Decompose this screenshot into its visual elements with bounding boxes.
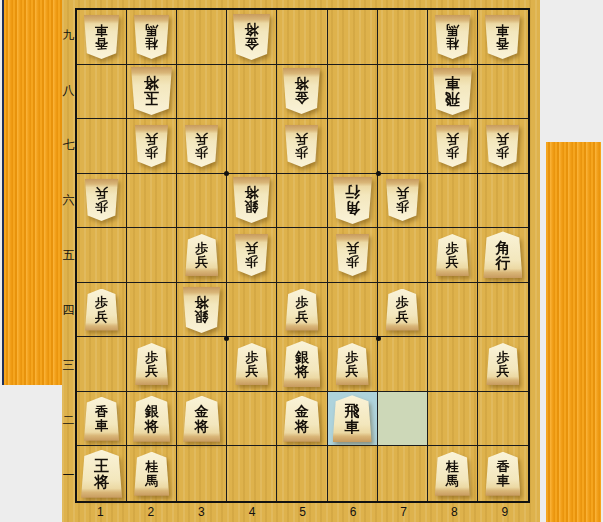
piece-kanji: 歩 [396,200,409,213]
hoshi-dot [376,171,381,176]
piece-kanji: 歩 [195,242,208,255]
rank-labels: 九八七六五四三二一 [62,8,75,503]
piece-kanji: 桂 [145,460,158,473]
file-label-7: 7 [378,503,429,521]
piece-kanji: 歩 [95,200,108,213]
square-3四[interactable]: 銀将 [177,283,227,338]
square-5九[interactable] [277,10,327,65]
piece-kanji: 角 [495,240,510,255]
piece-kanji: 兵 [145,133,158,146]
piece-歩兵-sente[interactable]: 歩兵 [336,234,369,276]
square-9二[interactable] [478,392,528,447]
piece-kanji: 金 [295,404,309,418]
square-8三[interactable] [428,337,478,392]
square-5一[interactable] [277,446,327,501]
rank-label-八: 八 [62,63,75,118]
square-2八[interactable]: 玉将 [127,65,177,120]
piece-wrapper: 桂馬 [435,452,470,496]
square-1六[interactable]: 歩兵 [77,174,127,229]
piece-歩兵-sente[interactable]: 歩兵 [386,179,419,221]
piece-歩兵-gote[interactable]: 歩兵 [285,289,318,331]
piece-桂馬-sente[interactable]: 桂馬 [134,15,169,59]
piece-kanji: 香 [496,460,509,473]
file-label-2: 2 [126,503,177,521]
square-4七[interactable] [227,119,277,174]
square-4六[interactable]: 銀将 [227,174,277,229]
rank-label-五: 五 [62,228,75,283]
shogi-app-window: 九八七六五四三二一 123456789 香車桂馬金将桂馬香車玉将金将飛車歩兵歩兵… [0,0,603,522]
square-8一[interactable]: 桂馬 [428,446,478,501]
right-wood-panel [546,142,601,522]
square-3三[interactable] [177,337,227,392]
piece-歩兵-sente[interactable]: 歩兵 [285,125,318,167]
board-grid[interactable]: 香車桂馬金将桂馬香車玉将金将飛車歩兵歩兵歩兵歩兵歩兵歩兵銀将角行歩兵歩兵歩兵歩兵… [75,8,530,503]
piece-kanji: 金 [195,404,209,418]
rank-label-二: 二 [62,393,75,448]
piece-kanji: 桂 [446,460,459,473]
piece-kanji: 角 [345,200,360,215]
piece-wrapper: 歩兵 [235,234,268,276]
file-label-6: 6 [328,503,379,521]
square-2五[interactable] [127,228,177,283]
square-8七[interactable]: 歩兵 [428,119,478,174]
piece-kanji: 将 [145,419,159,433]
file-label-8: 8 [429,503,480,521]
piece-kanji: 将 [144,76,159,91]
square-7三[interactable] [378,337,428,392]
rank-label-九: 九 [62,8,75,63]
piece-wrapper: 歩兵 [336,343,369,385]
piece-金将-sente[interactable]: 金将 [283,68,320,114]
piece-kanji: 兵 [396,310,409,323]
piece-wrapper: 歩兵 [386,179,419,221]
piece-wrapper: 歩兵 [85,289,118,331]
square-6一[interactable] [328,446,378,501]
rank-label-四: 四 [62,283,75,338]
piece-kanji: 歩 [245,351,258,364]
piece-kanji: 車 [496,24,509,37]
square-1一[interactable]: 王将 [77,446,127,501]
piece-kanji: 兵 [496,133,509,146]
piece-銀将-gote[interactable]: 銀将 [283,341,320,387]
rank-label-七: 七 [62,118,75,173]
square-3六[interactable] [177,174,227,229]
piece-kanji: 桂 [446,37,459,50]
square-6六[interactable]: 角行 [328,174,378,229]
square-5三[interactable]: 銀将 [277,337,327,392]
square-7四[interactable]: 歩兵 [378,283,428,338]
square-4八[interactable] [227,65,277,120]
piece-歩兵-sente[interactable]: 歩兵 [185,125,218,167]
hoshi-dot [224,171,229,176]
square-7六[interactable]: 歩兵 [378,174,428,229]
piece-wrapper: 歩兵 [85,179,118,221]
square-3九[interactable] [177,10,227,65]
piece-kanji: 将 [195,419,209,433]
piece-kanji: 歩 [496,146,509,159]
piece-wrapper: 玉将 [131,67,172,115]
piece-kanji: 金 [295,91,309,105]
square-1三[interactable] [77,337,127,392]
square-8六[interactable] [428,174,478,229]
piece-飛車-sente[interactable]: 飛車 [433,68,472,115]
square-6七[interactable] [328,119,378,174]
square-3五[interactable]: 歩兵 [177,228,227,283]
square-8五[interactable]: 歩兵 [428,228,478,283]
piece-桂馬-gote[interactable]: 桂馬 [134,452,169,496]
piece-kanji: 車 [95,419,108,432]
piece-wrapper: 金将 [183,396,220,442]
square-4二[interactable] [227,392,277,447]
piece-kanji: 将 [245,23,259,37]
square-4四[interactable] [227,283,277,338]
piece-kanji: 香 [496,37,509,50]
square-1四[interactable]: 歩兵 [77,283,127,338]
piece-kanji: 飛 [445,91,460,106]
piece-kanji: 車 [95,24,108,37]
piece-kanji: 兵 [245,364,258,377]
piece-角行-sente[interactable]: 角行 [333,177,372,224]
square-3七[interactable]: 歩兵 [177,119,227,174]
piece-wrapper: 銀将 [233,177,270,223]
square-2九[interactable]: 桂馬 [127,10,177,65]
piece-kanji: 銀 [145,404,159,418]
piece-kanji: 兵 [195,133,208,146]
piece-wrapper: 香車 [485,452,520,496]
piece-kanji: 将 [94,474,109,489]
file-label-1: 1 [75,503,126,521]
square-3二[interactable]: 金将 [177,392,227,447]
piece-kanji: 車 [345,419,360,434]
square-7二[interactable] [378,392,428,447]
piece-kanji: 歩 [295,296,308,309]
square-7七[interactable] [378,119,428,174]
square-6三[interactable]: 歩兵 [328,337,378,392]
piece-kanji: 兵 [195,255,208,268]
file-label-3: 3 [176,503,227,521]
piece-kanji: 銀 [245,200,259,214]
square-6五[interactable]: 歩兵 [328,228,378,283]
piece-kanji: 歩 [295,146,308,159]
piece-kanji: 銀 [295,350,309,364]
piece-kanji: 将 [245,186,259,200]
piece-kanji: 兵 [145,364,158,377]
square-5六[interactable] [277,174,327,229]
square-7八[interactable] [378,65,428,120]
hoshi-dot [376,336,381,341]
piece-wrapper: 歩兵 [386,289,419,331]
piece-kanji: 馬 [446,474,459,487]
piece-wrapper: 桂馬 [134,15,169,59]
piece-wrapper: 香車 [84,397,119,441]
square-2六[interactable] [127,174,177,229]
piece-wrapper: 歩兵 [185,125,218,167]
piece-wrapper: 香車 [84,15,119,59]
square-7五[interactable] [378,228,428,283]
rank-label-三: 三 [62,338,75,393]
square-6二[interactable]: 飛車 [328,392,378,447]
square-6九[interactable] [328,10,378,65]
file-label-4: 4 [227,503,278,521]
left-wood-panel [2,0,64,385]
piece-kanji: 将 [195,295,209,309]
piece-kanji: 将 [295,419,309,433]
piece-kanji: 兵 [95,310,108,323]
square-5七[interactable]: 歩兵 [277,119,327,174]
piece-歩兵-gote[interactable]: 歩兵 [85,289,118,331]
piece-kanji: 歩 [145,351,158,364]
piece-kanji: 歩 [95,296,108,309]
square-2二[interactable]: 銀将 [127,392,177,447]
square-8四[interactable] [428,283,478,338]
square-2三[interactable]: 歩兵 [127,337,177,392]
piece-wrapper: 歩兵 [235,343,268,385]
square-9四[interactable] [478,283,528,338]
piece-kanji: 兵 [245,242,258,255]
square-9六[interactable] [478,174,528,229]
square-1二[interactable]: 香車 [77,392,127,447]
piece-wrapper: 歩兵 [436,234,469,276]
piece-歩兵-sente[interactable]: 歩兵 [436,125,469,167]
piece-kanji: 兵 [346,364,359,377]
piece-wrapper: 歩兵 [336,234,369,276]
piece-kanji: 金 [245,37,259,51]
piece-金将-gote[interactable]: 金将 [183,396,220,442]
piece-wrapper: 銀将 [133,396,170,442]
piece-銀将-sente[interactable]: 銀将 [183,287,220,333]
piece-wrapper: 歩兵 [486,125,519,167]
piece-kanji: 飛 [345,403,360,418]
piece-銀将-gote[interactable]: 銀将 [133,396,170,442]
piece-kanji: 兵 [295,133,308,146]
piece-kanji: 兵 [295,310,308,323]
piece-kanji: 歩 [195,146,208,159]
piece-kanji: 銀 [195,310,209,324]
piece-kanji: 馬 [145,474,158,487]
square-2一[interactable]: 桂馬 [127,446,177,501]
piece-kanji: 歩 [396,296,409,309]
square-9一[interactable]: 香車 [478,446,528,501]
piece-kanji: 歩 [446,242,459,255]
piece-wrapper: 歩兵 [285,289,318,331]
square-9八[interactable] [478,65,528,120]
square-5二[interactable]: 金将 [277,392,327,447]
piece-wrapper: 桂馬 [134,452,169,496]
file-label-5: 5 [277,503,328,521]
piece-玉将-sente[interactable]: 玉将 [131,67,172,115]
square-9九[interactable]: 香車 [478,10,528,65]
piece-wrapper: 飛車 [433,68,472,115]
piece-kanji: 兵 [446,255,459,268]
piece-wrapper: 金将 [283,396,320,442]
square-1五[interactable] [77,228,127,283]
piece-桂馬-gote[interactable]: 桂馬 [435,452,470,496]
piece-wrapper: 王将 [81,450,122,498]
square-1八[interactable] [77,65,127,120]
piece-kanji: 兵 [95,187,108,200]
piece-歩兵-sente[interactable]: 歩兵 [85,179,118,221]
piece-kanji: 兵 [346,242,359,255]
file-label-9: 9 [480,503,531,521]
square-4三[interactable]: 歩兵 [227,337,277,392]
square-4一[interactable] [227,446,277,501]
square-1七[interactable] [77,119,127,174]
piece-角行-gote[interactable]: 角行 [483,231,522,278]
piece-wrapper: 銀将 [183,287,220,333]
piece-王将-gote[interactable]: 王将 [81,450,122,498]
piece-香車-sente[interactable]: 香車 [485,15,520,59]
piece-歩兵-gote[interactable]: 歩兵 [135,343,168,385]
square-5五[interactable] [277,228,327,283]
piece-kanji: 車 [445,76,460,91]
piece-歩兵-sente[interactable]: 歩兵 [486,125,519,167]
piece-kanji: 馬 [145,24,158,37]
square-6四[interactable] [328,283,378,338]
piece-kanji: 王 [94,458,109,473]
piece-wrapper: 歩兵 [135,125,168,167]
piece-wrapper: 歩兵 [486,343,519,385]
square-1九[interactable]: 香車 [77,10,127,65]
file-labels: 123456789 [75,503,530,521]
piece-歩兵-gote[interactable]: 歩兵 [185,234,218,276]
square-2四[interactable] [127,283,177,338]
piece-歩兵-sente[interactable]: 歩兵 [235,234,268,276]
piece-kanji: 玉 [144,91,159,106]
piece-kanji: 兵 [496,364,509,377]
piece-wrapper: 歩兵 [185,234,218,276]
piece-kanji: 歩 [145,146,158,159]
square-7九[interactable] [378,10,428,65]
piece-wrapper: 飛車 [333,395,372,442]
piece-kanji: 馬 [446,24,459,37]
piece-桂馬-sente[interactable]: 桂馬 [435,15,470,59]
piece-歩兵-gote[interactable]: 歩兵 [235,343,268,385]
piece-kanji: 兵 [446,133,459,146]
square-4五[interactable]: 歩兵 [227,228,277,283]
rank-label-六: 六 [62,173,75,228]
piece-kanji: 歩 [496,351,509,364]
piece-kanji: 歩 [446,146,459,159]
piece-wrapper: 歩兵 [285,125,318,167]
square-9三[interactable]: 歩兵 [478,337,528,392]
piece-金将-sente[interactable]: 金将 [233,14,270,60]
piece-kanji: 歩 [245,255,258,268]
square-8九[interactable]: 桂馬 [428,10,478,65]
piece-金将-gote[interactable]: 金将 [283,396,320,442]
piece-銀将-sente[interactable]: 銀将 [233,177,270,223]
piece-wrapper: 銀将 [283,341,320,387]
square-4九[interactable]: 金将 [227,10,277,65]
piece-歩兵-sente[interactable]: 歩兵 [135,125,168,167]
piece-kanji: 香 [95,37,108,50]
square-8八[interactable]: 飛車 [428,65,478,120]
square-2七[interactable]: 歩兵 [127,119,177,174]
piece-歩兵-gote[interactable]: 歩兵 [436,234,469,276]
piece-wrapper: 金将 [283,68,320,114]
square-9五[interactable]: 角行 [478,228,528,283]
piece-kanji: 香 [95,405,108,418]
square-5八[interactable]: 金将 [277,65,327,120]
piece-kanji: 将 [295,364,309,378]
piece-飛車-gote[interactable]: 飛車 [333,395,372,442]
piece-歩兵-gote[interactable]: 歩兵 [386,289,419,331]
piece-wrapper: 桂馬 [435,15,470,59]
piece-kanji: 車 [496,474,509,487]
square-5四[interactable]: 歩兵 [277,283,327,338]
piece-香車-sente[interactable]: 香車 [84,15,119,59]
piece-wrapper: 香車 [485,15,520,59]
piece-香車-gote[interactable]: 香車 [485,452,520,496]
rank-label-一: 一 [62,448,75,503]
square-3一[interactable] [177,446,227,501]
square-9七[interactable]: 歩兵 [478,119,528,174]
piece-wrapper: 歩兵 [436,125,469,167]
square-8二[interactable] [428,392,478,447]
piece-kanji: 行 [495,255,510,270]
piece-wrapper: 歩兵 [135,343,168,385]
piece-wrapper: 角行 [333,177,372,224]
piece-wrapper: 金将 [233,14,270,60]
piece-kanji: 行 [345,185,360,200]
piece-kanji: 歩 [346,255,359,268]
hoshi-dot [224,336,229,341]
piece-kanji: 将 [295,77,309,91]
square-7一[interactable] [378,446,428,501]
square-3八[interactable] [177,65,227,120]
piece-歩兵-gote[interactable]: 歩兵 [486,343,519,385]
piece-kanji: 兵 [396,187,409,200]
piece-kanji: 桂 [145,37,158,50]
piece-kanji: 歩 [346,351,359,364]
piece-香車-gote[interactable]: 香車 [84,397,119,441]
piece-歩兵-gote[interactable]: 歩兵 [336,343,369,385]
piece-wrapper: 角行 [483,231,522,278]
square-6八[interactable] [328,65,378,120]
